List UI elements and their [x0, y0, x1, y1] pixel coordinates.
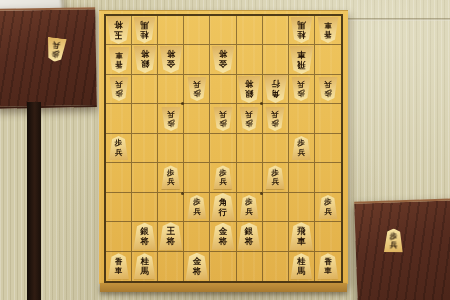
board-cell[interactable]: 香車: [315, 252, 341, 281]
board-cell[interactable]: [289, 163, 315, 192]
shogi-piece-sente-b[interactable]: 角行: [210, 193, 235, 221]
shogi-piece-gote-p[interactable]: 歩兵: [44, 37, 67, 63]
piece-kanji: 将: [167, 50, 176, 60]
piece-kanji: 兵: [324, 207, 332, 217]
piece-kanji: 車: [297, 236, 306, 246]
shogi-piece-sente-p[interactable]: 歩兵: [265, 165, 285, 189]
piece-kanji: 兵: [167, 109, 175, 119]
piece-kanji: 歩: [271, 168, 279, 178]
shogi-piece-gote-p[interactable]: 歩兵: [291, 77, 311, 101]
board-cell[interactable]: 歩兵: [210, 104, 236, 133]
board-grid: 玉将桂馬桂馬香車香車銀将金将金将飛車歩兵歩兵銀将角行歩兵歩兵歩兵歩兵歩兵歩兵歩兵…: [104, 14, 343, 283]
piece-kanji: 兵: [245, 109, 253, 119]
piece-kanji: 将: [140, 236, 149, 246]
board-cell[interactable]: 歩兵: [315, 75, 341, 104]
piece-kanji: 銀: [140, 60, 149, 70]
shogi-piece-gote-p[interactable]: 歩兵: [213, 107, 233, 131]
piece-kanji: 金: [167, 60, 176, 70]
board-cell[interactable]: [237, 252, 263, 281]
shogi-piece-sente-p[interactable]: 歩兵: [291, 136, 311, 160]
board-cell[interactable]: [106, 222, 132, 251]
board-cell[interactable]: [158, 193, 184, 222]
piece-kanji: 歩: [115, 89, 123, 99]
board-cell[interactable]: [184, 134, 210, 163]
piece-kanji: 車: [324, 21, 332, 31]
gote-komadai: 歩兵: [0, 7, 97, 109]
board-cell[interactable]: [158, 75, 184, 104]
shogi-piece-gote-b[interactable]: 角行: [263, 75, 288, 103]
piece-kanji: 香: [115, 257, 123, 267]
board-cell[interactable]: [289, 104, 315, 133]
shogi-piece-sente-g[interactable]: 金将: [185, 253, 209, 280]
shogi-piece-gote-k[interactable]: 玉将: [106, 16, 131, 44]
board-cell[interactable]: 金将: [158, 45, 184, 74]
piece-kanji: 車: [297, 50, 306, 60]
shogi-piece-sente-l[interactable]: 香車: [108, 253, 130, 279]
piece-kanji: 兵: [271, 177, 279, 187]
board-cell[interactable]: [315, 134, 341, 163]
board-cell[interactable]: 歩兵: [263, 163, 289, 192]
board-cell[interactable]: [106, 104, 132, 133]
piece-kanji: 兵: [167, 177, 175, 187]
board-cell[interactable]: [132, 104, 158, 133]
board-cell[interactable]: [210, 75, 236, 104]
hoshi-dot: [260, 102, 263, 105]
shogi-piece-gote-r[interactable]: 飛車: [289, 46, 314, 74]
board-cell[interactable]: [184, 45, 210, 74]
piece-kanji: 歩: [245, 197, 253, 207]
board-cell[interactable]: 桂馬: [132, 252, 158, 281]
piece-kanji: 車: [115, 50, 123, 60]
piece-kanji: 香: [324, 257, 332, 267]
board-cell[interactable]: 歩兵: [210, 163, 236, 192]
board-cell[interactable]: 歩兵: [184, 193, 210, 222]
piece-kanji: 車: [324, 266, 332, 276]
board-cell[interactable]: 歩兵: [237, 104, 263, 133]
hoshi-dot: [260, 192, 263, 195]
piece-kanji: 歩: [167, 119, 175, 129]
board-cell[interactable]: [132, 193, 158, 222]
piece-kanji: 角: [271, 89, 280, 99]
piece-kanji: 将: [193, 266, 202, 276]
board-cell[interactable]: 銀将: [132, 222, 158, 251]
piece-kanji: 馬: [140, 20, 149, 30]
board-cell[interactable]: 角行: [210, 193, 236, 222]
sente-komadai: 歩兵: [354, 198, 450, 300]
piece-kanji: 兵: [193, 80, 201, 90]
piece-kanji: 兵: [219, 177, 227, 187]
shogi-piece-sente-g[interactable]: 金将: [211, 223, 235, 250]
piece-kanji: 玉: [114, 30, 123, 40]
board-cell[interactable]: 香車: [106, 45, 132, 74]
piece-kanji: 銀: [245, 226, 254, 236]
board-cell[interactable]: [132, 163, 158, 192]
piece-kanji: 歩: [219, 119, 227, 129]
piece-kanji: 将: [219, 50, 228, 60]
board-cell[interactable]: [263, 45, 289, 74]
board-cell[interactable]: [184, 222, 210, 251]
board-cell[interactable]: [184, 16, 210, 45]
board-cell[interactable]: 飛車: [289, 45, 315, 74]
board-cell[interactable]: 歩兵: [289, 75, 315, 104]
shogi-piece-gote-p[interactable]: 歩兵: [109, 77, 129, 101]
shogi-piece-gote-n[interactable]: 桂馬: [133, 17, 156, 43]
board-cell[interactable]: 王将: [158, 222, 184, 251]
piece-kanji: 歩: [324, 197, 332, 207]
piece-kanji: 馬: [297, 266, 306, 276]
piece-kanji: 飛: [297, 60, 306, 70]
board-cell[interactable]: 金将: [184, 252, 210, 281]
board-cell[interactable]: 銀将: [237, 222, 263, 251]
shogi-piece-gote-p[interactable]: 歩兵: [187, 77, 207, 101]
piece-kanji: 香: [324, 30, 332, 40]
board-cell[interactable]: [263, 16, 289, 45]
board-cell[interactable]: 歩兵: [289, 134, 315, 163]
piece-kanji: 将: [219, 236, 228, 246]
board-cell[interactable]: [210, 134, 236, 163]
board-cell[interactable]: 角行: [263, 75, 289, 104]
board-cell[interactable]: [132, 134, 158, 163]
piece-kanji: 馬: [140, 266, 149, 276]
board-cell[interactable]: [289, 193, 315, 222]
shogi-piece-sente-p[interactable]: 歩兵: [239, 195, 259, 219]
tatami-seam: [340, 18, 450, 21]
shogi-piece-sente-k[interactable]: 王将: [158, 222, 183, 250]
board-cell[interactable]: 香車: [315, 16, 341, 45]
board-cell[interactable]: 香車: [106, 252, 132, 281]
piece-kanji: 歩: [298, 89, 306, 99]
piece-kanji: 歩: [167, 168, 175, 178]
piece-kanji: 兵: [298, 148, 306, 158]
board-cell[interactable]: 歩兵: [237, 193, 263, 222]
shogi-piece-sente-l[interactable]: 香車: [317, 253, 339, 279]
board-cell[interactable]: 歩兵: [184, 75, 210, 104]
piece-kanji: 桂: [140, 256, 149, 266]
board-cell[interactable]: [210, 252, 236, 281]
board-cell[interactable]: [106, 163, 132, 192]
piece-kanji: 兵: [193, 207, 201, 217]
board-cell[interactable]: [158, 252, 184, 281]
shogi-piece-gote-p[interactable]: 歩兵: [318, 77, 338, 101]
piece-kanji: 兵: [115, 80, 123, 90]
piece-kanji: 兵: [115, 148, 123, 158]
piece-kanji: 兵: [324, 80, 332, 90]
piece-kanji: 歩: [193, 89, 201, 99]
board-cell[interactable]: [263, 134, 289, 163]
piece-kanji: 桂: [140, 30, 149, 40]
board-cell[interactable]: [158, 16, 184, 45]
board-cell[interactable]: [184, 104, 210, 133]
shogi-piece-sente-s[interactable]: 銀将: [237, 223, 261, 250]
shogi-piece-gote-p[interactable]: 歩兵: [265, 107, 285, 131]
board-cell[interactable]: 桂馬: [132, 16, 158, 45]
piece-kanji: 桂: [297, 256, 306, 266]
board-cell[interactable]: [106, 193, 132, 222]
board-cell[interactable]: [237, 16, 263, 45]
board-cell[interactable]: 金将: [210, 222, 236, 251]
komadai-leg: [27, 102, 41, 300]
gote-captured-pieces: 歩兵: [44, 37, 67, 63]
piece-kanji: 兵: [271, 109, 279, 119]
board-cell[interactable]: [132, 75, 158, 104]
shogi-piece-sente-p[interactable]: 歩兵: [109, 136, 129, 160]
piece-kanji: 行: [219, 207, 228, 217]
shogi-piece-sente-p[interactable]: 歩兵: [213, 165, 233, 189]
shogi-piece-gote-l[interactable]: 香車: [108, 47, 130, 73]
board-cell[interactable]: 歩兵: [106, 134, 132, 163]
piece-kanji: 歩: [115, 138, 123, 148]
board-cell[interactable]: 歩兵: [315, 193, 341, 222]
piece-kanji: 歩: [390, 231, 398, 241]
sente-captured-pieces: 歩兵: [383, 228, 403, 252]
piece-kanji: 歩: [245, 119, 253, 129]
piece-kanji: 金: [219, 226, 228, 236]
piece-kanji: 兵: [219, 109, 227, 119]
piece-kanji: 兵: [52, 40, 61, 50]
piece-kanji: 兵: [298, 80, 306, 90]
board-cell[interactable]: [184, 163, 210, 192]
board-cell[interactable]: 玉将: [106, 16, 132, 45]
board-cell[interactable]: 歩兵: [158, 163, 184, 192]
piece-kanji: 将: [167, 236, 176, 246]
shogi-piece-sente-n[interactable]: 桂馬: [133, 253, 156, 279]
board-cell[interactable]: 金将: [210, 45, 236, 74]
piece-kanji: 歩: [298, 138, 306, 148]
shogi-piece-sente-p[interactable]: 歩兵: [161, 165, 181, 189]
piece-kanji: 行: [271, 79, 280, 89]
shogi-piece-gote-g[interactable]: 金将: [159, 46, 183, 73]
piece-kanji: 歩: [324, 89, 332, 99]
piece-kanji: 将: [114, 20, 123, 30]
board-cell[interactable]: 飛車: [289, 222, 315, 251]
shogi-piece-sente-n[interactable]: 桂馬: [290, 253, 313, 279]
piece-kanji: 桂: [297, 30, 306, 40]
hoshi-dot: [181, 102, 184, 105]
piece-kanji: 将: [245, 79, 254, 89]
board-cell[interactable]: [158, 134, 184, 163]
board-cell[interactable]: [315, 163, 341, 192]
board-cell[interactable]: [263, 252, 289, 281]
board-cell[interactable]: [237, 163, 263, 192]
shogi-piece-gote-s[interactable]: 銀将: [133, 46, 157, 73]
piece-kanji: 兵: [245, 207, 253, 217]
board-cell[interactable]: 銀将: [132, 45, 158, 74]
piece-kanji: 馬: [297, 20, 306, 30]
piece-kanji: 車: [115, 266, 123, 276]
shogi-photo-scene: 歩兵 玉将桂馬桂馬香車香車銀将金将金将飛車歩兵歩兵銀将角行歩兵歩兵歩兵歩兵歩兵歩…: [0, 0, 450, 300]
piece-kanji: 将: [140, 50, 149, 60]
piece-kanji: 歩: [219, 168, 227, 178]
shogi-piece-gote-p[interactable]: 歩兵: [239, 107, 259, 131]
board-cell[interactable]: 桂馬: [289, 252, 315, 281]
board-cell[interactable]: 歩兵: [158, 104, 184, 133]
board-cell[interactable]: [210, 16, 236, 45]
shogi-board: 玉将桂馬桂馬香車香車銀将金将金将飛車歩兵歩兵銀将角行歩兵歩兵歩兵歩兵歩兵歩兵歩兵…: [99, 10, 348, 284]
board-cell[interactable]: [315, 222, 341, 251]
board-cell[interactable]: 歩兵: [106, 75, 132, 104]
shogi-piece-sente-r[interactable]: 飛車: [289, 222, 314, 250]
hoshi-dot: [181, 192, 184, 195]
shogi-piece-gote-p[interactable]: 歩兵: [161, 107, 181, 131]
piece-kanji: 将: [245, 236, 254, 246]
piece-kanji: 銀: [140, 226, 149, 236]
board-cell[interactable]: [263, 222, 289, 251]
shogi-piece-sente-p[interactable]: 歩兵: [318, 195, 338, 219]
board-cell[interactable]: [263, 193, 289, 222]
board-cell[interactable]: [237, 134, 263, 163]
piece-kanji: 金: [193, 256, 202, 266]
shogi-piece-gote-n[interactable]: 桂馬: [290, 17, 313, 43]
piece-kanji: 王: [167, 226, 176, 236]
shogi-piece-gote-g[interactable]: 金将: [211, 46, 235, 73]
piece-kanji: 飛: [297, 226, 306, 236]
board-cell[interactable]: 歩兵: [263, 104, 289, 133]
board-cell[interactable]: [315, 104, 341, 133]
piece-kanji: 香: [115, 60, 123, 70]
piece-kanji: 歩: [193, 197, 201, 207]
piece-kanji: 銀: [245, 89, 254, 99]
shogi-piece-gote-s[interactable]: 銀将: [237, 76, 261, 103]
shogi-piece-sente-s[interactable]: 銀将: [133, 223, 157, 250]
shogi-piece-sente-p[interactable]: 歩兵: [187, 195, 207, 219]
board-cell[interactable]: 銀将: [237, 75, 263, 104]
shogi-piece-sente-p[interactable]: 歩兵: [383, 228, 403, 252]
piece-kanji: 兵: [390, 240, 398, 250]
board-cell[interactable]: [315, 45, 341, 74]
board-cell[interactable]: 桂馬: [289, 16, 315, 45]
piece-kanji: 金: [219, 60, 228, 70]
shogi-piece-gote-l[interactable]: 香車: [317, 17, 339, 43]
piece-kanji: 歩: [271, 119, 279, 129]
piece-kanji: 角: [219, 197, 228, 207]
board-cell[interactable]: [237, 45, 263, 74]
piece-kanji: 歩: [51, 49, 60, 59]
board-front-edge: [100, 283, 347, 292]
